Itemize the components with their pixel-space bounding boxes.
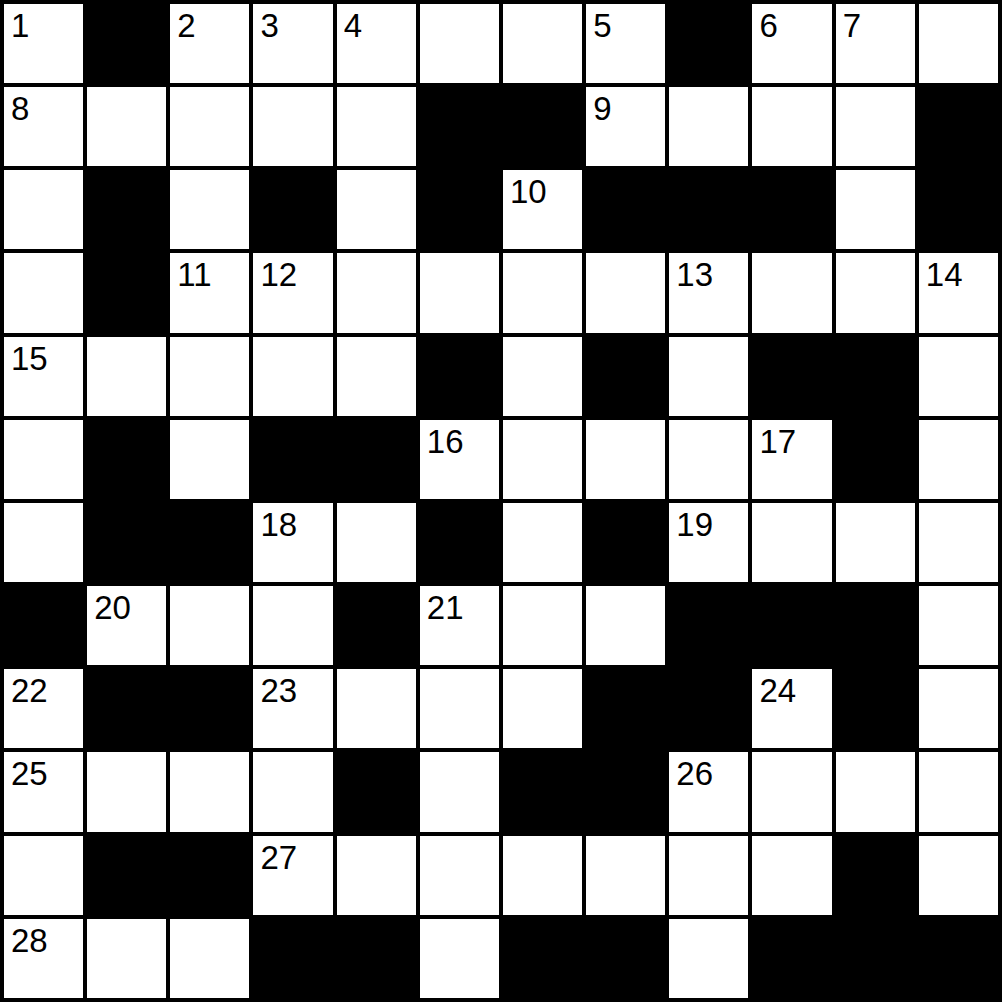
clue-number-27: 27	[260, 839, 297, 877]
cell-r1c10-white[interactable]	[836, 87, 915, 166]
cell-r4c9-black	[752, 337, 831, 416]
cell-r10c8-white[interactable]	[669, 836, 748, 915]
cell-r5c5-white[interactable]: 16	[420, 420, 499, 499]
clue-number-25: 25	[11, 755, 48, 793]
cell-r0c7-white[interactable]: 5	[586, 4, 665, 83]
cell-r4c5-black	[420, 337, 499, 416]
cell-r6c10-white[interactable]	[836, 503, 915, 582]
clue-number-15: 15	[11, 340, 48, 378]
cell-r10c9-white[interactable]	[752, 836, 831, 915]
clue-number-14: 14	[926, 256, 963, 294]
cell-r8c1-black	[87, 669, 166, 748]
cell-r11c1-white[interactable]	[87, 919, 166, 998]
cell-r3c1-black	[87, 253, 166, 332]
cell-r3c6-white[interactable]	[503, 253, 582, 332]
cell-r1c7-white[interactable]: 9	[586, 87, 665, 166]
clue-number-12: 12	[260, 256, 297, 294]
cell-r6c11-white[interactable]	[919, 503, 998, 582]
cell-r2c2-white[interactable]	[170, 170, 249, 249]
cell-r11c4-black	[337, 919, 416, 998]
cell-r7c9-black	[752, 586, 831, 665]
clue-number-23: 23	[260, 672, 297, 710]
cell-r2c9-black	[752, 170, 831, 249]
cell-r6c7-black	[586, 503, 665, 582]
cell-r1c4-white[interactable]	[337, 87, 416, 166]
cell-r1c2-white[interactable]	[170, 87, 249, 166]
cell-r5c8-white[interactable]	[669, 420, 748, 499]
cell-r9c9-white[interactable]	[752, 752, 831, 831]
cell-r7c11-white[interactable]	[919, 586, 998, 665]
cell-r0c3-white[interactable]: 3	[253, 4, 332, 83]
cell-r9c0-white[interactable]: 25	[4, 752, 83, 831]
cell-r2c10-white[interactable]	[836, 170, 915, 249]
cell-r9c3-white[interactable]	[253, 752, 332, 831]
cell-r10c0-white[interactable]	[4, 836, 83, 915]
cell-r2c11-black	[919, 170, 998, 249]
cell-r2c7-black	[586, 170, 665, 249]
cell-r6c8-white[interactable]: 19	[669, 503, 748, 582]
cell-r4c7-black	[586, 337, 665, 416]
cell-r1c11-black	[919, 87, 998, 166]
cell-r2c5-black	[420, 170, 499, 249]
cell-r6c6-white[interactable]	[503, 503, 582, 582]
cell-r0c1-black	[87, 4, 166, 83]
cell-r4c1-white[interactable]	[87, 337, 166, 416]
cell-r11c3-black	[253, 919, 332, 998]
cell-r0c11-white[interactable]	[919, 4, 998, 83]
cell-r4c8-white[interactable]	[669, 337, 748, 416]
cell-r8c8-black	[669, 669, 748, 748]
cell-r7c5-white[interactable]: 21	[420, 586, 499, 665]
cell-r11c2-white[interactable]	[170, 919, 249, 998]
clue-number-4: 4	[344, 7, 362, 45]
clue-number-10: 10	[510, 173, 547, 211]
cell-r9c1-white[interactable]	[87, 752, 166, 831]
cell-r0c8-black	[669, 4, 748, 83]
cell-r3c2-white[interactable]: 11	[170, 253, 249, 332]
clue-number-21: 21	[427, 589, 464, 627]
cell-r3c8-white[interactable]: 13	[669, 253, 748, 332]
cell-r10c3-white[interactable]: 27	[253, 836, 332, 915]
cell-r2c4-white[interactable]	[337, 170, 416, 249]
cell-r0c0-white[interactable]: 1	[4, 4, 83, 83]
cell-r8c6-white[interactable]	[503, 669, 582, 748]
clue-number-22: 22	[11, 672, 48, 710]
cell-r11c0-white[interactable]: 28	[4, 919, 83, 998]
cell-r3c3-white[interactable]: 12	[253, 253, 332, 332]
cell-r10c5-white[interactable]	[420, 836, 499, 915]
cell-r6c9-white[interactable]	[752, 503, 831, 582]
clue-number-1: 1	[11, 7, 29, 45]
cell-r7c6-white[interactable]	[503, 586, 582, 665]
cell-r2c6-white[interactable]: 10	[503, 170, 582, 249]
cell-r0c4-white[interactable]: 4	[337, 4, 416, 83]
cell-r5c4-black	[337, 420, 416, 499]
cell-r10c11-white[interactable]	[919, 836, 998, 915]
cell-r11c5-white[interactable]	[420, 919, 499, 998]
cell-r9c2-white[interactable]	[170, 752, 249, 831]
cell-r5c6-white[interactable]	[503, 420, 582, 499]
cell-r7c1-white[interactable]: 20	[87, 586, 166, 665]
clue-number-18: 18	[260, 506, 297, 544]
crossword-grid: 1234567891011121314151617181920212223242…	[0, 0, 1002, 1002]
cell-r1c3-white[interactable]	[253, 87, 332, 166]
cell-r8c11-white[interactable]	[919, 669, 998, 748]
cell-r8c2-black	[170, 669, 249, 748]
cell-r10c7-white[interactable]	[586, 836, 665, 915]
cell-r8c7-black	[586, 669, 665, 748]
cell-r1c1-white[interactable]	[87, 87, 166, 166]
clue-number-8: 8	[11, 90, 29, 128]
cell-r5c10-black	[836, 420, 915, 499]
cell-r11c10-black	[836, 919, 915, 998]
cell-r11c7-black	[586, 919, 665, 998]
cell-r3c7-white[interactable]	[586, 253, 665, 332]
cell-r9c10-white[interactable]	[836, 752, 915, 831]
clue-number-16: 16	[427, 423, 464, 461]
cell-r2c8-black	[669, 170, 748, 249]
cell-r6c5-black	[420, 503, 499, 582]
cell-r10c4-white[interactable]	[337, 836, 416, 915]
cell-r11c11-black	[919, 919, 998, 998]
cell-r9c11-white[interactable]	[919, 752, 998, 831]
cell-r7c3-white[interactable]	[253, 586, 332, 665]
clue-number-5: 5	[593, 7, 611, 45]
cell-r7c4-black	[337, 586, 416, 665]
cell-r5c7-white[interactable]	[586, 420, 665, 499]
cell-r4c11-white[interactable]	[919, 337, 998, 416]
cell-r8c9-white[interactable]: 24	[752, 669, 831, 748]
cell-r5c2-white[interactable]	[170, 420, 249, 499]
cell-r7c10-black	[836, 586, 915, 665]
cell-r4c2-white[interactable]	[170, 337, 249, 416]
clue-number-9: 9	[593, 90, 611, 128]
clue-number-17: 17	[759, 423, 796, 461]
cell-r11c8-white[interactable]	[669, 919, 748, 998]
cell-r5c9-white[interactable]: 17	[752, 420, 831, 499]
cell-r1c0-white[interactable]: 8	[4, 87, 83, 166]
cell-r6c0-white[interactable]	[4, 503, 83, 582]
clue-number-28: 28	[11, 922, 48, 960]
cell-r11c6-black	[503, 919, 582, 998]
cell-r5c0-white[interactable]	[4, 420, 83, 499]
cell-r11c9-black	[752, 919, 831, 998]
cell-r8c4-white[interactable]	[337, 669, 416, 748]
cell-r3c4-white[interactable]	[337, 253, 416, 332]
cell-r10c2-black	[170, 836, 249, 915]
cell-r3c5-white[interactable]	[420, 253, 499, 332]
cell-r10c10-black	[836, 836, 915, 915]
cell-r3c9-white[interactable]	[752, 253, 831, 332]
cell-r2c1-black	[87, 170, 166, 249]
cell-r1c6-black	[503, 87, 582, 166]
cell-r5c11-white[interactable]	[919, 420, 998, 499]
cell-r7c2-white[interactable]	[170, 586, 249, 665]
clue-number-2: 2	[177, 7, 195, 45]
cell-r5c1-black	[87, 420, 166, 499]
clue-number-24: 24	[759, 672, 796, 710]
cell-r6c3-white[interactable]: 18	[253, 503, 332, 582]
cell-r0c5-white[interactable]	[420, 4, 499, 83]
cell-r8c5-white[interactable]	[420, 669, 499, 748]
cell-r1c5-black	[420, 87, 499, 166]
clue-number-11: 11	[177, 256, 211, 294]
cell-r4c6-white[interactable]	[503, 337, 582, 416]
cell-r0c6-white[interactable]	[503, 4, 582, 83]
cell-r0c2-white[interactable]: 2	[170, 4, 249, 83]
cell-r9c4-black	[337, 752, 416, 831]
clue-number-20: 20	[94, 589, 131, 627]
cell-r2c0-white[interactable]	[4, 170, 83, 249]
cell-r4c4-white[interactable]	[337, 337, 416, 416]
cell-r0c10-white[interactable]: 7	[836, 4, 915, 83]
cell-r4c3-white[interactable]	[253, 337, 332, 416]
cell-r5c3-black	[253, 420, 332, 499]
cell-r4c10-black	[836, 337, 915, 416]
cell-r9c8-white[interactable]: 26	[669, 752, 748, 831]
cell-r10c1-black	[87, 836, 166, 915]
cell-r8c0-white[interactable]: 22	[4, 669, 83, 748]
cell-r0c9-white[interactable]: 6	[752, 4, 831, 83]
cell-r3c0-white[interactable]	[4, 253, 83, 332]
cell-r8c10-black	[836, 669, 915, 748]
cell-r6c2-black	[170, 503, 249, 582]
clue-number-6: 6	[759, 7, 777, 45]
cell-r8c3-white[interactable]: 23	[253, 669, 332, 748]
cell-r7c7-white[interactable]	[586, 586, 665, 665]
cell-r1c8-white[interactable]	[669, 87, 748, 166]
cell-r7c8-black	[669, 586, 748, 665]
cell-r3c11-white[interactable]: 14	[919, 253, 998, 332]
cell-r7c0-black	[4, 586, 83, 665]
cell-r9c7-black	[586, 752, 665, 831]
cell-r6c1-black	[87, 503, 166, 582]
clue-number-26: 26	[676, 755, 713, 793]
clue-number-19: 19	[676, 506, 713, 544]
cell-r4c0-white[interactable]: 15	[4, 337, 83, 416]
cell-r9c6-black	[503, 752, 582, 831]
clue-number-3: 3	[260, 7, 278, 45]
cell-r6c4-white[interactable]	[337, 503, 416, 582]
cell-r9c5-white[interactable]	[420, 752, 499, 831]
cell-r1c9-white[interactable]	[752, 87, 831, 166]
clue-number-13: 13	[676, 256, 713, 294]
cell-r3c10-white[interactable]	[836, 253, 915, 332]
cell-r10c6-white[interactable]	[503, 836, 582, 915]
clue-number-7: 7	[843, 7, 861, 45]
cell-r2c3-black	[253, 170, 332, 249]
